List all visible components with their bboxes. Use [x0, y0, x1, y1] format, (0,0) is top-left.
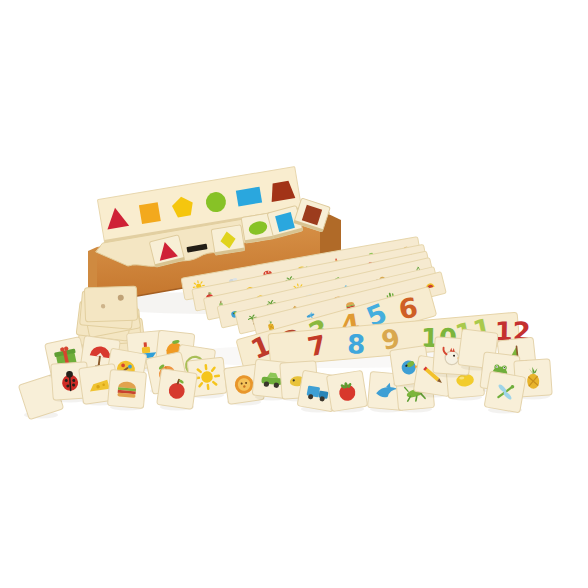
lid-shape-square — [139, 202, 161, 224]
sorting-box-scene: 123456789101112 — [0, 0, 588, 588]
picture-tile-apple — [157, 369, 198, 410]
blank-tile — [84, 286, 137, 322]
product-photo: 123456789101112 — [0, 0, 588, 588]
picture-tile-tomato — [326, 370, 367, 411]
picture-tile-burger — [107, 369, 146, 408]
picture-tile-dragonfly — [484, 371, 526, 413]
number-8: 8 — [347, 329, 366, 359]
shape-tile-rhombus — [211, 225, 245, 255]
